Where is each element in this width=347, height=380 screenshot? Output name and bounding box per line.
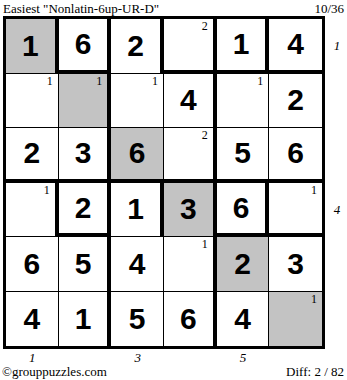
cell-value: 6 [233,193,250,223]
cell-r1c3[interactable]: 2 [111,19,164,74]
cell-value: 4 [23,304,40,334]
cell-r4c1[interactable]: 1 [6,183,59,238]
cell-value: 4 [129,249,146,279]
cell-value: 6 [180,304,197,334]
cell-value: 6 [287,138,304,168]
cell-r3c6[interactable]: 6 [269,128,322,183]
cell-value: 1 [127,194,144,224]
row-label-4: 4 [329,202,345,218]
cell-r2c3[interactable]: 1 [111,74,164,129]
cell-value: 4 [287,29,304,59]
cell-r1c5[interactable]: 1 [217,19,270,74]
corner-mark: 1 [96,75,102,88]
cell-value: 2 [234,249,251,279]
cell-r6c5[interactable]: 4 [217,292,270,347]
corner-mark: 1 [311,293,317,306]
cell-r5c2[interactable]: 5 [59,237,112,292]
cell-r5c5[interactable]: 2 [217,237,270,292]
cell-value: 4 [180,85,197,115]
cell-r1c6[interactable]: 4 [269,19,322,74]
cell-value: 1 [22,31,39,61]
cell-value: 1 [233,29,250,59]
cell-r4c4[interactable]: 3 [164,183,217,238]
cell-r3c1[interactable]: 2 [6,128,59,183]
col-label-3: 3 [128,350,148,366]
cell-value: 2 [127,31,144,61]
corner-mark: 1 [311,184,317,197]
cell-r6c3[interactable]: 5 [111,292,164,347]
cell-value: 1 [75,304,92,334]
cell-r4c2[interactable]: 2 [59,183,112,238]
corner-mark: 1 [257,75,263,88]
cell-r5c6[interactable]: 3 [269,237,322,292]
cell-r3c4[interactable]: 2 [164,128,217,183]
cell-value: 3 [287,249,304,279]
cell-r1c1[interactable]: 1 [6,19,59,74]
cell-r2c4[interactable]: 4 [164,74,217,129]
cell-r2c6[interactable]: 2 [269,74,322,129]
corner-mark: 2 [202,20,208,33]
cell-r3c5[interactable]: 5 [217,128,270,183]
copyright-site: ©grouppuzzles.com [2,364,107,380]
cell-value: 2 [287,85,304,115]
cell-value: 5 [75,249,92,279]
cell-value: 3 [75,138,92,168]
cell-r3c3[interactable]: 6 [111,128,164,183]
row-label-1: 1 [329,38,345,54]
cell-value: 5 [234,138,251,168]
cell-r4c6[interactable]: 1 [269,183,322,238]
cell-r2c5[interactable]: 1 [217,74,270,129]
cell-r4c5[interactable]: 6 [217,183,270,238]
cell-value: 6 [129,138,146,168]
cell-r2c1[interactable]: 1 [6,74,59,129]
col-label-5: 5 [233,350,253,366]
corner-mark: 1 [44,184,50,197]
cell-r1c2[interactable]: 6 [59,19,112,74]
cell-value: 3 [180,194,197,224]
cell-r5c1[interactable]: 6 [6,237,59,292]
cell-r6c2[interactable]: 1 [59,292,112,347]
cell-r1c4[interactable]: 2 [164,19,217,74]
cell-value: 6 [23,249,40,279]
puzzle-counter: 10/36 [314,1,344,17]
puzzle-grid: 162214111412236256121361654123415641 [3,16,325,349]
cell-r3c2[interactable]: 3 [59,128,112,183]
cell-r6c6[interactable]: 1 [269,292,322,347]
cell-r6c1[interactable]: 4 [6,292,59,347]
cell-value: 2 [23,138,40,168]
corner-mark: 2 [202,129,208,142]
cell-value: 2 [75,193,92,223]
cell-value: 5 [129,304,146,334]
cell-r2c2[interactable]: 1 [59,74,112,129]
puzzle-title: Easiest "Nonlatin-6up-UR-D" [3,1,159,17]
cell-r6c4[interactable]: 6 [164,292,217,347]
corner-mark: 1 [202,238,208,251]
cell-r5c3[interactable]: 4 [111,237,164,292]
cell-value: 6 [75,29,92,59]
corner-mark: 1 [152,75,158,88]
cell-r5c4[interactable]: 1 [164,237,217,292]
cell-value: 4 [234,304,251,334]
corner-mark: 1 [47,75,53,88]
difficulty-label: Diff: 2 / 82 [286,364,344,380]
cell-r4c3[interactable]: 1 [111,183,164,238]
